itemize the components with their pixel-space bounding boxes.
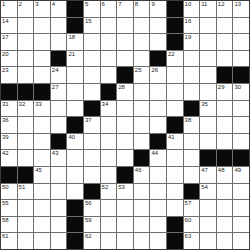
- clue-number-35: 35: [201, 101, 208, 108]
- clue-number-15: 15: [85, 18, 92, 25]
- black-cell-r15c5: [67, 233, 83, 249]
- clue-number-56: 56: [85, 200, 92, 207]
- cell-r13c12[interactable]: 57: [184, 200, 200, 216]
- cell-r3c3[interactable]: [34, 34, 50, 50]
- cell-r15c8[interactable]: [117, 233, 133, 249]
- cell-r7c4[interactable]: [51, 101, 67, 117]
- cell-r4c13[interactable]: [200, 51, 216, 67]
- cell-r5c5[interactable]: [67, 67, 83, 83]
- cell-r10c8[interactable]: [117, 150, 133, 166]
- clue-number-59: 59: [85, 217, 92, 224]
- black-cell-r11c8: [117, 167, 133, 183]
- clue-number-50: 50: [2, 184, 9, 191]
- cell-r15c13[interactable]: [200, 233, 216, 249]
- clue-number-3: 3: [35, 1, 38, 8]
- cell-r12c4[interactable]: [51, 184, 67, 200]
- black-cell-r2c11: [167, 18, 183, 34]
- cell-r10c4[interactable]: 43: [51, 150, 67, 166]
- cell-r9c6[interactable]: [84, 134, 100, 150]
- cell-r2c7[interactable]: [101, 18, 117, 34]
- cell-r7c7[interactable]: 34: [101, 101, 117, 117]
- cell-r14c12[interactable]: 60: [184, 217, 200, 233]
- cell-r8c15[interactable]: [233, 117, 249, 133]
- cell-r1c8[interactable]: 7: [117, 1, 133, 17]
- cell-r3c12[interactable]: 19: [184, 34, 200, 50]
- cell-r13c13[interactable]: [200, 200, 216, 216]
- cell-r7c2[interactable]: 32: [18, 101, 34, 117]
- cell-r8c14[interactable]: [217, 117, 233, 133]
- cell-r3c4[interactable]: [51, 34, 67, 50]
- clue-number-34: 34: [102, 101, 109, 108]
- clue-number-37: 37: [85, 117, 92, 124]
- clue-number-39: 39: [2, 134, 9, 141]
- cell-r1c14[interactable]: 12: [217, 1, 233, 17]
- cell-r7c11[interactable]: [167, 101, 183, 117]
- clue-number-51: 51: [19, 184, 26, 191]
- cell-r15c1[interactable]: 61: [1, 233, 17, 249]
- clue-number-24: 24: [52, 67, 59, 74]
- cell-r4c15[interactable]: [233, 51, 249, 67]
- cell-r10c7[interactable]: [101, 150, 117, 166]
- cell-r11c15[interactable]: 49: [233, 167, 249, 183]
- cell-r10c1[interactable]: 42: [1, 150, 17, 166]
- cell-r2c4[interactable]: [51, 18, 67, 34]
- cell-r13c1[interactable]: 55: [1, 200, 17, 216]
- clue-number-49: 49: [234, 167, 241, 174]
- cell-r12c8[interactable]: 53: [117, 184, 133, 200]
- clue-number-46: 46: [135, 167, 142, 174]
- clue-number-55: 55: [2, 200, 9, 207]
- clue-number-31: 31: [2, 101, 9, 108]
- cell-r8c3[interactable]: [34, 117, 50, 133]
- cell-r6c8[interactable]: 28: [117, 84, 133, 100]
- cell-r8c13[interactable]: [200, 117, 216, 133]
- clue-number-44: 44: [151, 150, 158, 157]
- black-cell-r14c5: [67, 217, 83, 233]
- cell-r10c6[interactable]: [84, 150, 100, 166]
- cell-r7c14[interactable]: [217, 101, 233, 117]
- black-cell-r8c11: [167, 117, 183, 133]
- cell-r3c8[interactable]: [117, 34, 133, 50]
- clue-number-19: 19: [185, 34, 192, 41]
- black-cell-r10c14: [217, 150, 233, 166]
- cell-r7c1[interactable]: 31: [1, 101, 17, 117]
- clue-number-17: 17: [2, 34, 9, 41]
- cell-r5c12[interactable]: [184, 67, 200, 83]
- cell-r1c1[interactable]: 1: [1, 1, 17, 17]
- cell-r8c1[interactable]: 36: [1, 117, 17, 133]
- cell-r11c3[interactable]: 45: [34, 167, 50, 183]
- clue-number-11: 11: [201, 1, 207, 8]
- cell-r11c7[interactable]: [101, 167, 117, 183]
- cell-r3c14[interactable]: [217, 34, 233, 50]
- cell-r5c11[interactable]: [167, 67, 183, 83]
- cell-r7c13[interactable]: 35: [200, 101, 216, 117]
- cell-r14c10[interactable]: [150, 217, 166, 233]
- cell-r9c8[interactable]: [117, 134, 133, 150]
- cell-r8c2[interactable]: [18, 117, 34, 133]
- cell-r13c7[interactable]: [101, 200, 117, 216]
- clue-number-58: 58: [2, 217, 9, 224]
- black-cell-r2c5: [67, 18, 83, 34]
- cell-r3c2[interactable]: [18, 34, 34, 50]
- cell-r12c2[interactable]: 51: [18, 184, 34, 200]
- clue-number-53: 53: [118, 184, 125, 191]
- cell-r13c15[interactable]: [233, 200, 249, 216]
- cell-r2c3[interactable]: [34, 18, 50, 34]
- cell-r2c1[interactable]: 14: [1, 18, 17, 34]
- cell-r9c1[interactable]: 39: [1, 134, 17, 150]
- cell-r3c7[interactable]: [101, 34, 117, 50]
- cell-r1c3[interactable]: 3: [34, 1, 50, 17]
- clue-number-22: 22: [168, 51, 175, 58]
- black-cell-r12c12: [184, 184, 200, 200]
- clue-number-16: 16: [185, 18, 192, 25]
- cell-r11c13[interactable]: 47: [200, 167, 216, 183]
- clue-number-13: 13: [234, 1, 241, 8]
- clue-number-57: 57: [185, 200, 192, 207]
- cell-r9c2[interactable]: [18, 134, 34, 150]
- cell-r11c12[interactable]: [184, 167, 200, 183]
- cell-r5c2[interactable]: [18, 67, 34, 83]
- cell-r5c9[interactable]: 25: [134, 67, 150, 83]
- clue-number-62: 62: [85, 233, 92, 240]
- cell-r4c8[interactable]: [117, 51, 133, 67]
- cell-r4c1[interactable]: 20: [1, 51, 17, 67]
- cell-r9c13[interactable]: [200, 134, 216, 150]
- cell-r5c10[interactable]: 26: [150, 67, 166, 83]
- clue-number-4: 4: [52, 1, 55, 8]
- cell-r7c9[interactable]: [134, 101, 150, 117]
- cell-r15c2[interactable]: [18, 233, 34, 249]
- cell-r11c6[interactable]: [84, 167, 100, 183]
- cell-r9c14[interactable]: [217, 134, 233, 150]
- black-cell-r6c1: [1, 84, 17, 100]
- cell-r7c15[interactable]: [233, 101, 249, 117]
- cell-r1c4[interactable]: 4: [51, 1, 67, 17]
- cell-r9c5[interactable]: 40: [67, 134, 83, 150]
- cell-r6c13[interactable]: [200, 84, 216, 100]
- cell-r14c8[interactable]: [117, 217, 133, 233]
- cell-r6c9[interactable]: [134, 84, 150, 100]
- cell-r9c3[interactable]: [34, 134, 50, 150]
- black-cell-r1c5: [67, 1, 83, 17]
- black-cell-r8c5: [67, 117, 83, 133]
- clue-number-9: 9: [151, 1, 154, 8]
- cell-r13c14[interactable]: [217, 200, 233, 216]
- clue-number-33: 33: [35, 101, 42, 108]
- cell-r15c6[interactable]: 62: [84, 233, 100, 249]
- clue-number-28: 28: [118, 84, 125, 91]
- cell-r12c13[interactable]: 54: [200, 184, 216, 200]
- clue-number-10: 10: [185, 1, 192, 8]
- black-cell-r12c6: [84, 184, 100, 200]
- cell-r6c4[interactable]: 27: [51, 84, 67, 100]
- cell-r15c15[interactable]: [233, 233, 249, 249]
- clue-number-23: 23: [2, 67, 9, 74]
- cell-r2c8[interactable]: [117, 18, 133, 34]
- clue-number-43: 43: [52, 150, 59, 157]
- black-cell-r3c11: [167, 34, 183, 50]
- cell-r15c3[interactable]: [34, 233, 50, 249]
- cell-r4c7[interactable]: [101, 51, 117, 67]
- black-cell-r9c4: [51, 134, 67, 150]
- clue-number-36: 36: [2, 117, 9, 124]
- clue-number-60: 60: [185, 217, 192, 224]
- cell-r6c11[interactable]: [167, 84, 183, 100]
- cell-r3c15[interactable]: [233, 34, 249, 50]
- black-cell-r4c4: [51, 51, 67, 67]
- cell-r11c10[interactable]: [150, 167, 166, 183]
- black-cell-r10c13: [200, 150, 216, 166]
- cell-r2c14[interactable]: [217, 18, 233, 34]
- clue-number-30: 30: [234, 84, 241, 91]
- cell-r6c10[interactable]: [150, 84, 166, 100]
- black-cell-r14c11: [167, 217, 183, 233]
- cell-r13c10[interactable]: [150, 200, 166, 216]
- cell-r12c14[interactable]: [217, 184, 233, 200]
- cell-r2c13[interactable]: [200, 18, 216, 34]
- cell-r8c12[interactable]: 38: [184, 117, 200, 133]
- cell-r10c12[interactable]: [184, 150, 200, 166]
- black-cell-r5c14: [217, 67, 233, 83]
- cell-r2c9[interactable]: [134, 18, 150, 34]
- crossword-screenshot: 1234567891011121314151617181920212223242…: [0, 0, 250, 250]
- clue-number-1: 1: [2, 1, 5, 8]
- cell-r3c5[interactable]: 18: [67, 34, 83, 50]
- cell-r14c2[interactable]: [18, 217, 34, 233]
- cell-r14c7[interactable]: [101, 217, 117, 233]
- cell-r8c7[interactable]: [101, 117, 117, 133]
- clue-number-47: 47: [201, 167, 208, 174]
- cell-r1c7[interactable]: 6: [101, 1, 117, 17]
- cell-r10c5[interactable]: [67, 150, 83, 166]
- cell-r13c11[interactable]: [167, 200, 183, 216]
- clue-number-5: 5: [85, 1, 88, 8]
- clue-number-25: 25: [135, 67, 142, 74]
- cell-r12c11[interactable]: [167, 184, 183, 200]
- black-cell-r6c7: [101, 84, 117, 100]
- clue-number-29: 29: [218, 84, 225, 91]
- black-cell-r10c9: [134, 150, 150, 166]
- cell-r4c2[interactable]: [18, 51, 34, 67]
- cell-r14c9[interactable]: [134, 217, 150, 233]
- cell-r9c12[interactable]: [184, 134, 200, 150]
- clue-number-20: 20: [2, 51, 9, 58]
- clue-number-38: 38: [185, 117, 192, 124]
- cell-r12c1[interactable]: 50: [1, 184, 17, 200]
- clue-number-63: 63: [185, 233, 192, 240]
- clue-number-6: 6: [102, 1, 105, 8]
- cell-r9c15[interactable]: [233, 134, 249, 150]
- cell-r7c5[interactable]: [67, 101, 83, 117]
- black-cell-r7c6: [84, 101, 100, 117]
- cell-r13c9[interactable]: [134, 200, 150, 216]
- cell-r4c3[interactable]: [34, 51, 50, 67]
- cell-r4c14[interactable]: [217, 51, 233, 67]
- cell-r2c12[interactable]: 16: [184, 18, 200, 34]
- cell-r3c1[interactable]: 17: [1, 34, 17, 50]
- clue-number-12: 12: [218, 1, 225, 8]
- clue-number-2: 2: [19, 1, 22, 8]
- cell-r4c5[interactable]: 21: [67, 51, 83, 67]
- black-cell-r9c10: [150, 134, 166, 150]
- cell-r1c10[interactable]: 9: [150, 1, 166, 17]
- cell-r12c5[interactable]: [67, 184, 83, 200]
- cell-r7c10[interactable]: [150, 101, 166, 117]
- cell-r15c9[interactable]: [134, 233, 150, 249]
- cell-r12c15[interactable]: [233, 184, 249, 200]
- cell-r15c7[interactable]: [101, 233, 117, 249]
- clue-number-27: 27: [52, 84, 59, 91]
- cell-r3c9[interactable]: [134, 34, 150, 50]
- cell-r1c15[interactable]: 13: [233, 1, 249, 17]
- cell-r4c12[interactable]: [184, 51, 200, 67]
- cell-r5c13[interactable]: [200, 67, 216, 83]
- black-cell-r11c2: [18, 167, 34, 183]
- cell-r3c10[interactable]: [150, 34, 166, 50]
- black-cell-r5c15: [233, 67, 249, 83]
- cell-r10c11[interactable]: [167, 150, 183, 166]
- cell-r14c4[interactable]: [51, 217, 67, 233]
- black-cell-r10c15: [233, 150, 249, 166]
- cell-r14c6[interactable]: 59: [84, 217, 100, 233]
- black-cell-r6c2: [18, 84, 34, 100]
- cell-r6c5[interactable]: [67, 84, 83, 100]
- cell-r5c3[interactable]: [34, 67, 50, 83]
- cell-r14c14[interactable]: [217, 217, 233, 233]
- cell-r4c9[interactable]: [134, 51, 150, 67]
- cell-r8c4[interactable]: [51, 117, 67, 133]
- cell-r5c6[interactable]: [84, 67, 100, 83]
- cell-r6c15[interactable]: 30: [233, 84, 249, 100]
- cell-r9c7[interactable]: [101, 134, 117, 150]
- black-cell-r4c10: [150, 51, 166, 67]
- clue-number-21: 21: [68, 51, 75, 58]
- cell-r10c3[interactable]: [34, 150, 50, 166]
- cell-r5c1[interactable]: 23: [1, 67, 17, 83]
- cell-r13c6[interactable]: 56: [84, 200, 100, 216]
- cell-r12c7[interactable]: 52: [101, 184, 117, 200]
- cell-r14c3[interactable]: [34, 217, 50, 233]
- cell-r15c10[interactable]: [150, 233, 166, 249]
- cell-r2c2[interactable]: [18, 18, 34, 34]
- cell-r7c8[interactable]: [117, 101, 133, 117]
- cell-r1c12[interactable]: 10: [184, 1, 200, 17]
- cell-r9c11[interactable]: 41: [167, 134, 183, 150]
- cell-r10c10[interactable]: 44: [150, 150, 166, 166]
- cell-r6c12[interactable]: [184, 84, 200, 100]
- cell-r1c9[interactable]: 8: [134, 1, 150, 17]
- cell-r4c11[interactable]: 22: [167, 51, 183, 67]
- cell-r8c8[interactable]: [117, 117, 133, 133]
- crossword-board: 1234567891011121314151617181920212223242…: [0, 0, 250, 250]
- black-cell-r6c3: [34, 84, 50, 100]
- black-cell-r5c8: [117, 67, 133, 83]
- cell-r14c15[interactable]: [233, 217, 249, 233]
- cell-r1c13[interactable]: 11: [200, 1, 216, 17]
- cell-r11c4[interactable]: [51, 167, 67, 183]
- cell-r2c6[interactable]: 15: [84, 18, 100, 34]
- cell-r10c2[interactable]: [18, 150, 34, 166]
- clue-number-8: 8: [135, 1, 138, 8]
- clue-number-32: 32: [19, 101, 26, 108]
- cell-r8c10[interactable]: [150, 117, 166, 133]
- cell-r9c9[interactable]: [134, 134, 150, 150]
- cell-r15c4[interactable]: [51, 233, 67, 249]
- clue-number-61: 61: [2, 233, 9, 240]
- black-cell-r1c11: [167, 1, 183, 17]
- black-cell-r7c12: [184, 101, 200, 117]
- cell-r2c15[interactable]: [233, 18, 249, 34]
- clue-number-45: 45: [35, 167, 42, 174]
- cell-r13c2[interactable]: [18, 200, 34, 216]
- cell-r5c4[interactable]: 24: [51, 67, 67, 83]
- black-cell-r11c1: [1, 167, 17, 183]
- cell-r8c9[interactable]: [134, 117, 150, 133]
- cell-r12c10[interactable]: [150, 184, 166, 200]
- cell-r12c3[interactable]: [34, 184, 50, 200]
- cell-r15c12[interactable]: 63: [184, 233, 200, 249]
- cell-r7c3[interactable]: 33: [34, 101, 50, 117]
- cell-r15c14[interactable]: [217, 233, 233, 249]
- cell-r12c9[interactable]: [134, 184, 150, 200]
- cell-r14c1[interactable]: 58: [1, 217, 17, 233]
- cell-r1c6[interactable]: 5: [84, 1, 100, 17]
- clue-number-54: 54: [201, 184, 208, 191]
- cell-r1c2[interactable]: 2: [18, 1, 34, 17]
- clue-number-41: 41: [168, 134, 175, 141]
- cell-r11c14[interactable]: 48: [217, 167, 233, 183]
- clue-number-48: 48: [218, 167, 225, 174]
- cell-r5c7[interactable]: [101, 67, 117, 83]
- clue-number-7: 7: [118, 1, 121, 8]
- black-cell-r13c5: [67, 200, 83, 216]
- cell-r13c4[interactable]: [51, 200, 67, 216]
- cell-r8c6[interactable]: 37: [84, 117, 100, 133]
- clue-number-42: 42: [2, 150, 9, 157]
- clue-number-18: 18: [68, 34, 75, 41]
- cell-r6c14[interactable]: 29: [217, 84, 233, 100]
- cell-r11c11[interactable]: [167, 167, 183, 183]
- cell-r3c13[interactable]: [200, 34, 216, 50]
- cell-r13c3[interactable]: [34, 200, 50, 216]
- cell-r11c9[interactable]: 46: [134, 167, 150, 183]
- cell-r4c6[interactable]: [84, 51, 100, 67]
- clue-number-14: 14: [2, 18, 9, 25]
- clue-number-52: 52: [102, 184, 109, 191]
- cell-r3c6[interactable]: [84, 34, 100, 50]
- clue-number-26: 26: [151, 67, 158, 74]
- clue-number-40: 40: [68, 134, 75, 141]
- cell-r14c13[interactable]: [200, 217, 216, 233]
- cell-r11c5[interactable]: [67, 167, 83, 183]
- cell-r2c10[interactable]: [150, 18, 166, 34]
- cell-r6c6[interactable]: [84, 84, 100, 100]
- cell-r13c8[interactable]: [117, 200, 133, 216]
- black-cell-r15c11: [167, 233, 183, 249]
